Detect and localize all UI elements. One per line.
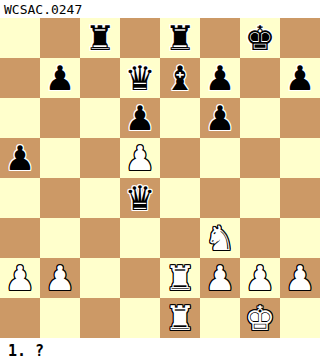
square-d3[interactable] bbox=[120, 218, 160, 258]
square-a8[interactable] bbox=[0, 18, 40, 58]
square-e5[interactable] bbox=[160, 138, 200, 178]
square-h3[interactable] bbox=[280, 218, 320, 258]
square-c5[interactable] bbox=[80, 138, 120, 178]
square-c8[interactable]: ♜ bbox=[80, 18, 120, 58]
square-a6[interactable] bbox=[0, 98, 40, 138]
square-c6[interactable] bbox=[80, 98, 120, 138]
square-f5[interactable] bbox=[200, 138, 240, 178]
piece-black-queen: ♛ bbox=[125, 178, 155, 218]
square-e4[interactable] bbox=[160, 178, 200, 218]
piece-black-pawn: ♟ bbox=[205, 98, 235, 138]
square-d5[interactable]: ♟ bbox=[120, 138, 160, 178]
square-b3[interactable] bbox=[40, 218, 80, 258]
square-f1[interactable] bbox=[200, 298, 240, 338]
square-a3[interactable] bbox=[0, 218, 40, 258]
square-h8[interactable] bbox=[280, 18, 320, 58]
square-h5[interactable] bbox=[280, 138, 320, 178]
puzzle-id: WCSAC.0247 bbox=[0, 0, 320, 18]
square-c2[interactable] bbox=[80, 258, 120, 298]
square-f2[interactable]: ♟ bbox=[200, 258, 240, 298]
piece-white-pawn: ♟ bbox=[5, 258, 35, 298]
square-g1[interactable]: ♚ bbox=[240, 298, 280, 338]
piece-black-pawn: ♟ bbox=[45, 58, 75, 98]
piece-black-rook: ♜ bbox=[85, 18, 115, 58]
square-a7[interactable] bbox=[0, 58, 40, 98]
piece-black-pawn: ♟ bbox=[125, 98, 155, 138]
chess-board: ♜♜♚♟♛♝♟♟♟♟♟♟♛♞♟♟♜♟♟♟♜♚ bbox=[0, 18, 320, 338]
square-e3[interactable] bbox=[160, 218, 200, 258]
square-h7[interactable]: ♟ bbox=[280, 58, 320, 98]
piece-black-queen: ♛ bbox=[125, 58, 155, 98]
move-prompt: 1. ? bbox=[0, 338, 320, 360]
square-e1[interactable]: ♜ bbox=[160, 298, 200, 338]
square-d1[interactable] bbox=[120, 298, 160, 338]
square-d8[interactable] bbox=[120, 18, 160, 58]
piece-white-king: ♚ bbox=[245, 298, 275, 338]
piece-black-king: ♚ bbox=[245, 18, 275, 58]
square-f6[interactable]: ♟ bbox=[200, 98, 240, 138]
square-e6[interactable] bbox=[160, 98, 200, 138]
square-b6[interactable] bbox=[40, 98, 80, 138]
piece-white-pawn: ♟ bbox=[45, 258, 75, 298]
square-g5[interactable] bbox=[240, 138, 280, 178]
piece-black-pawn: ♟ bbox=[205, 58, 235, 98]
square-b4[interactable] bbox=[40, 178, 80, 218]
square-h4[interactable] bbox=[280, 178, 320, 218]
piece-white-pawn: ♟ bbox=[245, 258, 275, 298]
square-b1[interactable] bbox=[40, 298, 80, 338]
square-b5[interactable] bbox=[40, 138, 80, 178]
piece-white-rook: ♜ bbox=[165, 298, 195, 338]
square-c7[interactable] bbox=[80, 58, 120, 98]
square-d6[interactable]: ♟ bbox=[120, 98, 160, 138]
piece-black-pawn: ♟ bbox=[5, 138, 35, 178]
square-f7[interactable]: ♟ bbox=[200, 58, 240, 98]
square-b7[interactable]: ♟ bbox=[40, 58, 80, 98]
square-a4[interactable] bbox=[0, 178, 40, 218]
square-f4[interactable] bbox=[200, 178, 240, 218]
square-a5[interactable]: ♟ bbox=[0, 138, 40, 178]
piece-black-bishop: ♝ bbox=[165, 58, 195, 98]
piece-white-knight: ♞ bbox=[205, 218, 235, 258]
square-g4[interactable] bbox=[240, 178, 280, 218]
square-e2[interactable]: ♜ bbox=[160, 258, 200, 298]
square-g8[interactable]: ♚ bbox=[240, 18, 280, 58]
square-c3[interactable] bbox=[80, 218, 120, 258]
square-b2[interactable]: ♟ bbox=[40, 258, 80, 298]
square-g6[interactable] bbox=[240, 98, 280, 138]
square-a2[interactable]: ♟ bbox=[0, 258, 40, 298]
square-d2[interactable] bbox=[120, 258, 160, 298]
piece-black-rook: ♜ bbox=[165, 18, 195, 58]
square-d4[interactable]: ♛ bbox=[120, 178, 160, 218]
square-b8[interactable] bbox=[40, 18, 80, 58]
piece-white-rook: ♜ bbox=[165, 258, 195, 298]
square-e8[interactable]: ♜ bbox=[160, 18, 200, 58]
square-f3[interactable]: ♞ bbox=[200, 218, 240, 258]
piece-white-pawn: ♟ bbox=[125, 138, 155, 178]
square-g2[interactable]: ♟ bbox=[240, 258, 280, 298]
square-g7[interactable] bbox=[240, 58, 280, 98]
square-h2[interactable]: ♟ bbox=[280, 258, 320, 298]
square-h6[interactable] bbox=[280, 98, 320, 138]
square-c4[interactable] bbox=[80, 178, 120, 218]
square-h1[interactable] bbox=[280, 298, 320, 338]
square-f8[interactable] bbox=[200, 18, 240, 58]
square-g3[interactable] bbox=[240, 218, 280, 258]
square-d7[interactable]: ♛ bbox=[120, 58, 160, 98]
piece-white-pawn: ♟ bbox=[285, 258, 315, 298]
square-e7[interactable]: ♝ bbox=[160, 58, 200, 98]
piece-black-pawn: ♟ bbox=[285, 58, 315, 98]
piece-white-pawn: ♟ bbox=[205, 258, 235, 298]
square-c1[interactable] bbox=[80, 298, 120, 338]
square-a1[interactable] bbox=[0, 298, 40, 338]
